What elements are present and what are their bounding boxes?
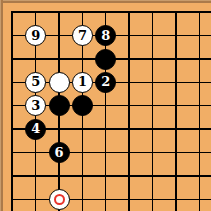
board-edge-line-vertical — [11, 11, 13, 211]
grid-line-horizontal — [11, 199, 211, 200]
grid-line-vertical — [175, 11, 176, 211]
board-edge-line-horizontal — [11, 11, 211, 13]
stone-move-number: 8 — [101, 29, 110, 43]
stone-white-5[interactable]: 5 — [25, 72, 46, 93]
stone-black-8[interactable]: 8 — [95, 25, 116, 46]
stone-white-9[interactable]: 9 — [25, 25, 46, 46]
stone-move-number: 9 — [31, 29, 40, 43]
grid-line-vertical — [128, 11, 129, 211]
stone-move-number: 7 — [78, 29, 87, 43]
grid-line-vertical — [152, 11, 153, 211]
stone-move-number: 6 — [55, 146, 64, 160]
grid-line-horizontal — [11, 175, 211, 176]
stone-black-4[interactable]: 4 — [25, 119, 46, 140]
grid-line-horizontal — [11, 152, 211, 153]
grid-line-vertical — [199, 11, 200, 211]
stone-white-7[interactable]: 7 — [72, 25, 93, 46]
circle-mark-icon — [54, 194, 65, 205]
stone-move-number: 5 — [31, 75, 40, 89]
stone-move-number: 2 — [101, 75, 110, 89]
stone-black-6[interactable]: 6 — [49, 142, 70, 163]
stone-move-number: 4 — [31, 122, 40, 136]
stone-move-number: 3 — [31, 99, 40, 113]
go-board[interactable]: 978512346 — [0, 0, 211, 211]
stone-white-marked[interactable] — [49, 189, 70, 210]
stone-move-number: 1 — [78, 75, 87, 89]
stone-white-1[interactable]: 1 — [72, 72, 93, 93]
stone-black[interactable] — [95, 49, 116, 70]
stone-white-3[interactable]: 3 — [25, 95, 46, 116]
stone-black[interactable] — [72, 95, 93, 116]
board-frame-top — [0, 0, 211, 3]
stone-black[interactable] — [49, 95, 70, 116]
board-frame-left — [0, 0, 3, 211]
stone-white[interactable] — [49, 72, 70, 93]
stone-black-2[interactable]: 2 — [95, 72, 116, 93]
